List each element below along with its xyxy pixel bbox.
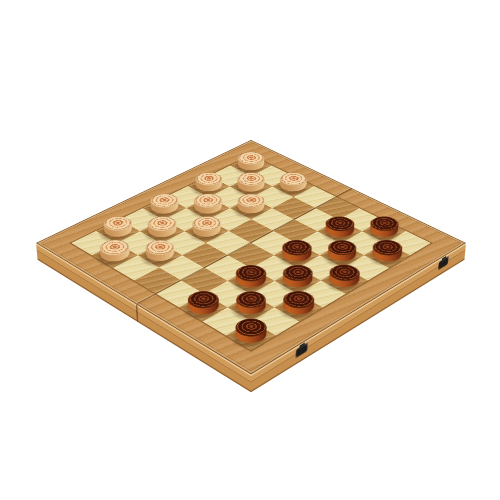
checkers-board [36, 140, 466, 374]
board-frame [36, 140, 466, 374]
checker-light[interactable] [189, 198, 227, 218]
latch-knob-icon [299, 342, 304, 349]
checker-dark[interactable] [324, 269, 365, 292]
checker-dark[interactable] [368, 245, 408, 267]
square-r8c6[interactable] [179, 294, 227, 321]
latch-icon [296, 342, 308, 357]
checker-light[interactable] [99, 221, 138, 242]
scene [0, 0, 500, 500]
board-grid [71, 155, 430, 350]
checker-light[interactable] [140, 245, 180, 267]
checker-dark[interactable] [231, 269, 272, 292]
checker-dark[interactable] [229, 323, 272, 348]
square-r4c8[interactable] [321, 268, 368, 294]
latch-knob-icon [441, 256, 446, 262]
checker-light[interactable] [232, 198, 270, 218]
checker-dark[interactable] [365, 221, 404, 242]
checker-dark[interactable] [278, 296, 320, 320]
checker-light[interactable] [187, 221, 226, 242]
checker-dark[interactable] [182, 296, 224, 320]
checker-light[interactable] [95, 245, 135, 267]
fold-seam-side [136, 304, 138, 322]
square-r2c8[interactable] [365, 243, 410, 268]
checker-dark[interactable] [320, 221, 359, 242]
checker-dark[interactable] [230, 296, 272, 320]
checker-dark[interactable] [322, 245, 362, 267]
checker-dark[interactable] [277, 269, 318, 292]
product-photo-background [0, 0, 500, 500]
square-r1c3[interactable] [272, 176, 314, 197]
latch-icon [438, 256, 448, 269]
square-r6c8[interactable] [275, 294, 323, 321]
